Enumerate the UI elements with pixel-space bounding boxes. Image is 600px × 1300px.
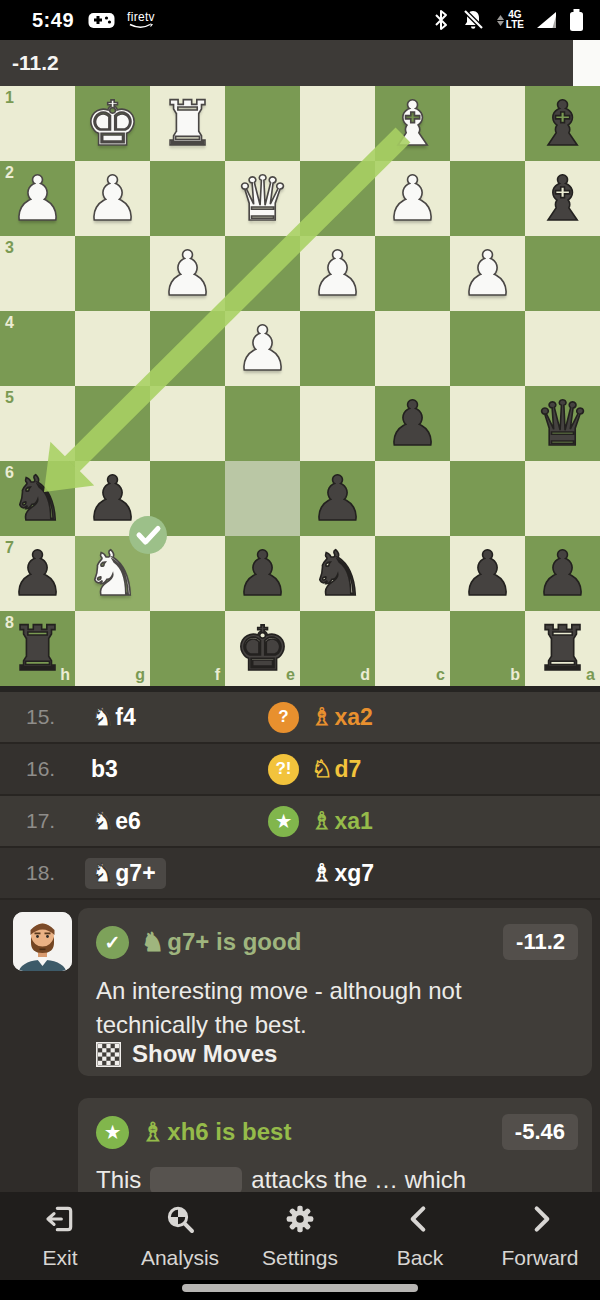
square-e4[interactable]: ♟ (225, 311, 300, 386)
evaluation-badge: -11.2 (503, 924, 578, 960)
file-label: e (286, 666, 295, 684)
move-classification-badge: ?! (268, 754, 299, 785)
nav-analysis-button[interactable]: Analysis (120, 1192, 240, 1280)
move-classification-badge: ★ (268, 806, 299, 837)
square-f6[interactable] (150, 461, 225, 536)
square-c2[interactable]: ♟ (375, 161, 450, 236)
white-piece-icon: ♞ (91, 808, 114, 834)
square-b3[interactable]: ♟ (450, 236, 525, 311)
best-move-star-icon: ★ (96, 1116, 129, 1149)
square-e5[interactable] (225, 386, 300, 461)
square-h5[interactable]: 5 (0, 386, 75, 461)
black-knight-d7: ♞ (310, 536, 366, 611)
comment-body: An interesting move - although not techn… (96, 974, 570, 1042)
bishop-icon: ♗ (141, 1119, 164, 1145)
white-king-g1: ♚ (85, 86, 141, 161)
nav-label: Analysis (141, 1246, 219, 1270)
square-c8[interactable]: c (375, 611, 450, 686)
square-b8[interactable]: b (450, 611, 525, 686)
notifications-off-icon (461, 9, 485, 31)
rank-label: 8 (5, 614, 14, 632)
evaluation-score: -11.2 (12, 40, 59, 86)
square-e2[interactable]: ♛ (225, 161, 300, 236)
square-e8[interactable]: e♚ (225, 611, 300, 686)
square-d3[interactable]: ♟ (300, 236, 375, 311)
bottom-nav: ExitAnalysisSettingsBackForward (0, 1192, 600, 1280)
square-d5[interactable] (300, 386, 375, 461)
square-a1[interactable]: ♝ (525, 86, 600, 161)
rank-label: 5 (5, 389, 14, 407)
black-pawn-d6: ♟ (310, 461, 366, 536)
firetv-logo: firetv (127, 11, 155, 30)
square-c3[interactable] (375, 236, 450, 311)
square-d7[interactable]: ♞ (300, 536, 375, 611)
chess-board[interactable]: 1♚♜♝♝2♟♟♛♟♝3♟♟♟4♟5♟♛6♞♟♟7♟♞♟♞♟♟8h♜gfe♚dc… (0, 86, 600, 686)
white-piece-icon: ♞ (91, 704, 114, 730)
square-a5[interactable]: ♛ (525, 386, 600, 461)
battery-icon (569, 9, 584, 32)
nav-settings-button[interactable]: Settings (240, 1192, 360, 1280)
nav-label: Exit (42, 1246, 77, 1270)
black-rook-h8: ♜ (10, 611, 66, 686)
black-move-label: xa1 (335, 808, 373, 835)
square-f7[interactable] (150, 536, 225, 611)
file-label: h (60, 666, 70, 684)
square-h6[interactable]: 6♞ (0, 461, 75, 536)
file-label: f (215, 666, 220, 684)
black-pawn-e7: ♟ (235, 536, 291, 611)
square-a7[interactable]: ♟ (525, 536, 600, 611)
white-pawn-e4: ♟ (235, 311, 291, 386)
square-d4[interactable] (300, 311, 375, 386)
black-move[interactable]: ?♗xa2 (268, 702, 373, 733)
gamepad-icon (88, 12, 115, 29)
coach-avatar (13, 912, 72, 971)
black-piece-icon: ♗ (311, 809, 333, 833)
square-b2[interactable] (450, 161, 525, 236)
square-e7[interactable]: ♟ (225, 536, 300, 611)
move-row-18: 18.♞g7+♗xg7 (0, 848, 600, 900)
white-move[interactable]: ♞f4 (85, 702, 146, 733)
move-list: 15.♞f4?♗xa216.b3?!♘d717.♞e6★♗xa118.♞g7+♗… (0, 692, 600, 900)
square-g7[interactable]: ♞ (75, 536, 150, 611)
clock: 5:49 (32, 9, 74, 32)
white-rook-f1: ♜ (160, 86, 216, 161)
analysis-icon (164, 1203, 196, 1239)
white-pawn-d3: ♟ (310, 236, 366, 311)
bluetooth-icon (433, 9, 449, 31)
square-g3[interactable] (75, 236, 150, 311)
square-b4[interactable] (450, 311, 525, 386)
black-pawn-b7: ♟ (460, 536, 516, 611)
white-pawn-f3: ♟ (160, 236, 216, 311)
square-a8[interactable]: a♜ (525, 611, 600, 686)
rank-label: 1 (5, 89, 14, 107)
chessboard-icon (96, 1042, 121, 1067)
square-b5[interactable] (450, 386, 525, 461)
nav-label: Forward (501, 1246, 578, 1270)
file-label: g (135, 666, 145, 684)
black-bishop-a2: ♝ (535, 161, 591, 236)
rank-label: 6 (5, 464, 14, 482)
square-a4[interactable] (525, 311, 600, 386)
square-g8[interactable]: g (75, 611, 150, 686)
nav-exit-button[interactable]: Exit (0, 1192, 120, 1280)
move-row-15: 15.♞f4?♗xa2 (0, 692, 600, 744)
square-c5[interactable]: ♟ (375, 386, 450, 461)
best-move-title: ♗ xh6 is best (141, 1118, 291, 1146)
square-g2[interactable]: ♟ (75, 161, 150, 236)
black-move-label: d7 (335, 756, 362, 783)
file-label: c (436, 666, 445, 684)
rank-label: 7 (5, 539, 14, 557)
white-move-label: b3 (91, 756, 118, 783)
move-number: 17. (0, 809, 85, 833)
white-knight-g7: ♞ (85, 536, 141, 611)
file-label: a (586, 666, 595, 684)
square-d6[interactable]: ♟ (300, 461, 375, 536)
square-b6[interactable] (450, 461, 525, 536)
move-row-17: 17.♞e6★♗xa1 (0, 796, 600, 848)
white-pawn-b3: ♟ (460, 236, 516, 311)
nav-label: Back (397, 1246, 444, 1270)
move-number: 18. (0, 861, 85, 885)
black-piece-icon: ♘ (311, 757, 333, 781)
good-move-check-icon: ✓ (96, 926, 129, 959)
white-pawn-h2: ♟ (10, 161, 66, 236)
black-pawn-a7: ♟ (535, 536, 591, 611)
black-move[interactable]: ★♗xa1 (268, 806, 373, 837)
black-rook-a8: ♜ (535, 611, 591, 686)
black-pawn-c5: ♟ (385, 386, 441, 461)
square-h7[interactable]: 7♟ (0, 536, 75, 611)
back-icon (404, 1203, 436, 1239)
comment-title: ♞ g7+ is good (141, 928, 301, 956)
evaluation-bar: -11.2 (0, 40, 600, 86)
white-move[interactable]: b3 (85, 754, 128, 785)
square-h3[interactable]: 3 (0, 236, 75, 311)
square-g4[interactable] (75, 311, 150, 386)
black-move[interactable]: ?!♘d7 (268, 754, 361, 785)
white-move[interactable]: ♞e6 (85, 806, 151, 837)
white-move-label: e6 (115, 808, 141, 835)
status-bar: 5:49 firetv (0, 0, 600, 40)
signal-icon (536, 12, 557, 29)
nav-forward-button[interactable]: Forward (480, 1192, 600, 1280)
white-bishop-c1: ♝ (385, 86, 441, 161)
network-type: 4GLTE (497, 10, 524, 30)
black-move[interactable]: ♗xg7 (268, 858, 374, 889)
square-f1[interactable]: ♜ (150, 86, 225, 161)
square-e1[interactable] (225, 86, 300, 161)
square-c6[interactable] (375, 461, 450, 536)
white-move-label: f4 (115, 704, 135, 731)
file-label: d (360, 666, 370, 684)
square-g5[interactable] (75, 386, 150, 461)
square-a3[interactable] (525, 236, 600, 311)
white-piece-icon: ♞ (91, 860, 114, 886)
square-h2[interactable]: 2♟ (0, 161, 75, 236)
white-pawn-c2: ♟ (385, 161, 441, 236)
square-f2[interactable] (150, 161, 225, 236)
app-screen: 5:49 firetv (0, 0, 600, 1300)
white-move-label: g7+ (115, 860, 155, 887)
nav-back-button[interactable]: Back (360, 1192, 480, 1280)
square-b1[interactable] (450, 86, 525, 161)
black-pawn-h7: ♟ (10, 536, 66, 611)
black-pawn-g6: ♟ (85, 461, 141, 536)
square-h1[interactable]: 1 (0, 86, 75, 161)
square-f5[interactable] (150, 386, 225, 461)
rank-label: 4 (5, 314, 14, 332)
forward-icon (524, 1203, 556, 1239)
evaluation-badge: -5.46 (502, 1114, 578, 1150)
hidden-move-pill (150, 1167, 242, 1194)
coach-comment-panel: ✓ ♞ g7+ is good -11.2 An interesting mov… (78, 908, 592, 1076)
square-d8[interactable]: d (300, 611, 375, 686)
square-g6[interactable]: ♟ (75, 461, 150, 536)
square-b7[interactable]: ♟ (450, 536, 525, 611)
home-indicator[interactable] (182, 1284, 418, 1292)
nav-label: Settings (262, 1246, 338, 1270)
black-king-e8: ♚ (235, 611, 291, 686)
square-c4[interactable] (375, 311, 450, 386)
exit-icon (44, 1203, 76, 1239)
white-pawn-g2: ♟ (85, 161, 141, 236)
evaluation-white-segment (573, 40, 600, 86)
move-number: 15. (0, 705, 85, 729)
move-number: 16. (0, 757, 85, 781)
black-move-label: xa2 (335, 704, 373, 731)
move-classification-badge: ? (268, 702, 299, 733)
square-d2[interactable] (300, 161, 375, 236)
rank-label: 3 (5, 239, 14, 257)
settings-icon (284, 1203, 316, 1239)
square-g1[interactable]: ♚ (75, 86, 150, 161)
black-piece-icon: ♗ (311, 861, 333, 885)
move-row-16: 16.b3?!♘d7 (0, 744, 600, 796)
black-bishop-a1: ♝ (535, 86, 591, 161)
square-c7[interactable] (375, 536, 450, 611)
square-c1[interactable]: ♝ (375, 86, 450, 161)
black-piece-icon: ♗ (311, 705, 333, 729)
file-label: b (510, 666, 520, 684)
white-move[interactable]: ♞g7+ (85, 858, 166, 889)
white-queen-e2: ♛ (235, 161, 291, 236)
square-h8[interactable]: 8h♜ (0, 611, 75, 686)
square-a2[interactable]: ♝ (525, 161, 600, 236)
square-e6[interactable] (225, 461, 300, 536)
square-a6[interactable] (525, 461, 600, 536)
square-f3[interactable]: ♟ (150, 236, 225, 311)
knight-icon: ♞ (141, 929, 164, 955)
square-f4[interactable] (150, 311, 225, 386)
black-knight-h6: ♞ (10, 461, 66, 536)
black-move-label: xg7 (335, 860, 375, 887)
best-move-body-partial: This attacks the … which (96, 1166, 466, 1194)
square-h4[interactable]: 4 (0, 311, 75, 386)
show-moves-button[interactable]: Show Moves (96, 1040, 277, 1068)
square-d1[interactable] (300, 86, 375, 161)
square-e3[interactable] (225, 236, 300, 311)
square-f8[interactable]: f (150, 611, 225, 686)
black-queen-a5: ♛ (535, 386, 591, 461)
rank-label: 2 (5, 164, 14, 182)
